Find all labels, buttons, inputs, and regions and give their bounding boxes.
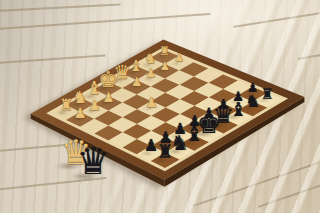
floor: ♜♞♝♛♚♝♞♜♟♟♟♟♟♟♟♟♟♟♟♟♟♟♟♟♜♞♝♛♚♝♞♜♛♛: [0, 0, 320, 213]
chess-board: [0, 0, 320, 213]
